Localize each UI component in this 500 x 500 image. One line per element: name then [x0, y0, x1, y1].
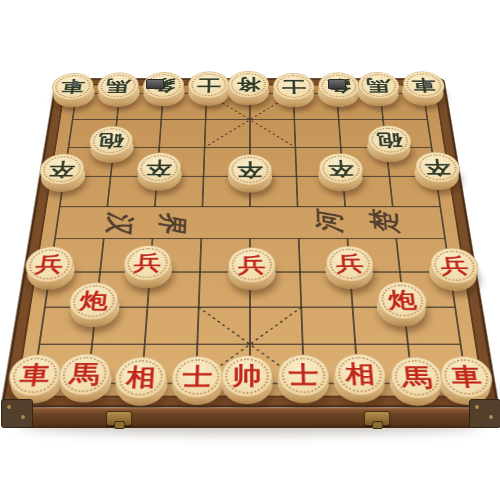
hinge-icon [328, 79, 346, 89]
piece-glyph: 兵 [34, 254, 65, 275]
piece-red-horse[interactable]: 馬 [388, 364, 444, 406]
piece-face: 帅 [221, 355, 273, 397]
piece-red-advisor[interactable]: 士 [277, 362, 330, 404]
piece-black-cannon[interactable]: 砲 [366, 133, 412, 162]
piece-red-cannon[interactable]: 炮 [375, 289, 428, 327]
piece-black-general[interactable]: 将 [228, 79, 269, 106]
river-text-left: 汉 [101, 210, 139, 235]
piece-black-soldier[interactable]: 卒 [39, 162, 88, 193]
hinge-icon [146, 79, 164, 89]
piece-glyph: 相 [125, 366, 157, 390]
piece-glyph: 兵 [238, 255, 266, 276]
piece-glyph: 士 [182, 365, 213, 389]
piece-glyph: 相 [344, 362, 376, 386]
piece-glyph: 士 [282, 79, 306, 95]
clasp-icon [106, 411, 132, 426]
piece-black-chariot[interactable]: 車 [400, 79, 445, 106]
piece-black-horse[interactable]: 馬 [356, 80, 400, 107]
piece-glyph: 卒 [146, 159, 173, 177]
river-text-left: 界 [154, 210, 191, 235]
box-front-panel [3, 408, 497, 428]
piece-black-soldier[interactable]: 卒 [136, 161, 182, 192]
piece-glyph: 馬 [366, 78, 392, 94]
corner-bracket-icon [1, 399, 33, 428]
piece-glyph: 兵 [439, 255, 470, 276]
piece-black-cannon[interactable]: 砲 [89, 134, 135, 163]
piece-black-horse[interactable]: 馬 [97, 80, 141, 107]
piece-glyph: 車 [450, 365, 483, 389]
piece-face: 士 [273, 73, 315, 100]
piece-glyph: 卒 [424, 158, 452, 176]
piece-glyph: 車 [18, 363, 51, 387]
clasp-icon [364, 411, 390, 426]
piece-red-soldier[interactable]: 兵 [324, 254, 374, 290]
piece-black-advisor[interactable]: 士 [188, 79, 230, 106]
piece-glyph: 兵 [335, 253, 364, 274]
piece-face: 将 [228, 71, 270, 98]
corner-bracket-icon [469, 399, 500, 428]
piece-glyph: 帅 [232, 364, 262, 388]
piece-face: 兵 [228, 247, 276, 283]
piece-face: 士 [277, 354, 330, 396]
piece-glyph: 炮 [78, 290, 109, 312]
piece-glyph: 炮 [387, 289, 418, 311]
piece-glyph: 卒 [48, 160, 76, 178]
river-text-right: 楚 [366, 210, 404, 235]
hinge-pin-icon [72, 81, 79, 87]
piece-red-soldier[interactable]: 兵 [427, 256, 480, 292]
piece-glyph: 砲 [98, 132, 125, 149]
piece-black-soldier[interactable]: 卒 [318, 161, 364, 192]
product-photo-stage: 汉界河楚車馬象士将士象馬車砲砲卒卒卒卒卒兵兵兵兵兵炮炮車馬相士帅士相馬車 [0, 0, 500, 500]
piece-black-soldier[interactable]: 卒 [413, 160, 461, 191]
piece-red-elephant[interactable]: 相 [114, 364, 168, 406]
piece-glyph: 将 [236, 77, 260, 92]
piece-glyph: 卒 [237, 161, 263, 179]
piece-glyph: 馬 [68, 362, 100, 386]
piece-glyph: 士 [196, 77, 220, 92]
piece-black-soldier[interactable]: 卒 [228, 162, 273, 193]
piece-glyph: 士 [288, 363, 319, 387]
piece-glyph: 馬 [401, 366, 434, 390]
river-text-right: 河 [312, 210, 349, 235]
piece-face: 卒 [228, 154, 273, 185]
piece-red-soldier[interactable]: 兵 [228, 255, 276, 291]
piece-glyph: 兵 [133, 253, 162, 274]
piece-glyph: 砲 [376, 132, 403, 149]
piece-red-chariot[interactable]: 車 [8, 362, 65, 404]
piece-red-soldier[interactable]: 兵 [24, 254, 77, 290]
xiangqi-board: 汉界河楚車馬象士将士象馬車砲砲卒卒卒卒卒兵兵兵兵兵炮炮車馬相士帅士相馬車 [0, 78, 500, 408]
piece-glyph: 卒 [328, 160, 355, 178]
piece-black-advisor[interactable]: 士 [273, 81, 315, 108]
piece-glyph: 馬 [105, 78, 131, 94]
piece-red-advisor[interactable]: 士 [171, 364, 224, 406]
hinge-pin-icon [424, 81, 431, 87]
